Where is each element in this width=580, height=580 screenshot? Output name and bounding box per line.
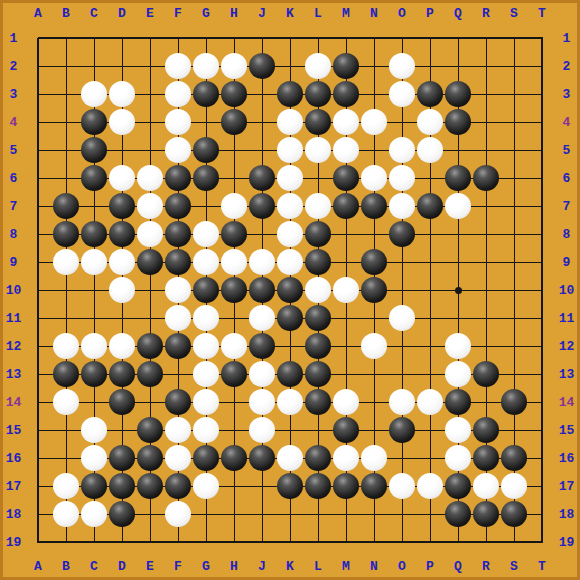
- intersection-E6[interactable]: [136, 164, 164, 192]
- intersection-N17[interactable]: [360, 472, 388, 500]
- intersection-C5[interactable]: [80, 136, 108, 164]
- intersection-C18[interactable]: [80, 500, 108, 528]
- intersection-Q18[interactable]: [444, 500, 472, 528]
- intersection-O18[interactable]: [388, 500, 416, 528]
- intersection-R3[interactable]: [472, 80, 500, 108]
- intersection-K10[interactable]: [276, 276, 304, 304]
- intersection-D14[interactable]: [108, 388, 136, 416]
- intersection-J11[interactable]: [248, 304, 276, 332]
- intersection-C13[interactable]: [80, 360, 108, 388]
- intersection-G6[interactable]: [192, 164, 220, 192]
- intersection-H6[interactable]: [220, 164, 248, 192]
- intersection-J16[interactable]: [248, 444, 276, 472]
- intersection-E4[interactable]: [136, 108, 164, 136]
- intersection-M17[interactable]: [332, 472, 360, 500]
- intersection-B14[interactable]: [52, 388, 80, 416]
- intersection-J10[interactable]: [248, 276, 276, 304]
- intersection-S14[interactable]: [500, 388, 528, 416]
- intersection-M4[interactable]: [332, 108, 360, 136]
- intersection-L5[interactable]: [304, 136, 332, 164]
- intersection-C12[interactable]: [80, 332, 108, 360]
- intersection-A13[interactable]: [24, 360, 52, 388]
- intersection-D6[interactable]: [108, 164, 136, 192]
- intersection-G11[interactable]: [192, 304, 220, 332]
- intersection-E10[interactable]: [136, 276, 164, 304]
- intersection-F16[interactable]: [164, 444, 192, 472]
- intersection-A16[interactable]: [24, 444, 52, 472]
- intersection-M15[interactable]: [332, 416, 360, 444]
- intersection-G8[interactable]: [192, 220, 220, 248]
- intersection-K18[interactable]: [276, 500, 304, 528]
- intersection-P13[interactable]: [416, 360, 444, 388]
- intersection-M18[interactable]: [332, 500, 360, 528]
- intersection-T11[interactable]: [528, 304, 556, 332]
- intersection-C19[interactable]: [80, 528, 108, 556]
- intersection-J18[interactable]: [248, 500, 276, 528]
- intersection-P2[interactable]: [416, 52, 444, 80]
- intersection-K15[interactable]: [276, 416, 304, 444]
- intersection-B16[interactable]: [52, 444, 80, 472]
- intersection-H9[interactable]: [220, 248, 248, 276]
- intersection-C3[interactable]: [80, 80, 108, 108]
- intersection-N8[interactable]: [360, 220, 388, 248]
- intersection-R4[interactable]: [472, 108, 500, 136]
- intersection-J14[interactable]: [248, 388, 276, 416]
- intersection-B6[interactable]: [52, 164, 80, 192]
- intersection-O7[interactable]: [388, 192, 416, 220]
- intersection-A14[interactable]: [24, 388, 52, 416]
- intersection-O16[interactable]: [388, 444, 416, 472]
- intersection-J8[interactable]: [248, 220, 276, 248]
- intersection-H7[interactable]: [220, 192, 248, 220]
- intersection-J13[interactable]: [248, 360, 276, 388]
- intersection-M3[interactable]: [332, 80, 360, 108]
- intersection-N15[interactable]: [360, 416, 388, 444]
- intersection-P18[interactable]: [416, 500, 444, 528]
- intersection-J7[interactable]: [248, 192, 276, 220]
- intersection-P3[interactable]: [416, 80, 444, 108]
- intersection-R18[interactable]: [472, 500, 500, 528]
- intersection-Q14[interactable]: [444, 388, 472, 416]
- intersection-B12[interactable]: [52, 332, 80, 360]
- intersection-L12[interactable]: [304, 332, 332, 360]
- intersection-N4[interactable]: [360, 108, 388, 136]
- intersection-F12[interactable]: [164, 332, 192, 360]
- intersection-J15[interactable]: [248, 416, 276, 444]
- intersection-F7[interactable]: [164, 192, 192, 220]
- intersection-K16[interactable]: [276, 444, 304, 472]
- intersection-E1[interactable]: [136, 24, 164, 52]
- intersection-F5[interactable]: [164, 136, 192, 164]
- intersection-O14[interactable]: [388, 388, 416, 416]
- intersection-R12[interactable]: [472, 332, 500, 360]
- intersection-N3[interactable]: [360, 80, 388, 108]
- intersection-D7[interactable]: [108, 192, 136, 220]
- intersection-L9[interactable]: [304, 248, 332, 276]
- intersection-R1[interactable]: [472, 24, 500, 52]
- intersection-S18[interactable]: [500, 500, 528, 528]
- intersection-E15[interactable]: [136, 416, 164, 444]
- intersection-A3[interactable]: [24, 80, 52, 108]
- intersection-T2[interactable]: [528, 52, 556, 80]
- intersection-L10[interactable]: [304, 276, 332, 304]
- intersection-N16[interactable]: [360, 444, 388, 472]
- intersection-T14[interactable]: [528, 388, 556, 416]
- intersection-P8[interactable]: [416, 220, 444, 248]
- intersection-H17[interactable]: [220, 472, 248, 500]
- intersection-F11[interactable]: [164, 304, 192, 332]
- intersection-C6[interactable]: [80, 164, 108, 192]
- intersection-F14[interactable]: [164, 388, 192, 416]
- intersection-M14[interactable]: [332, 388, 360, 416]
- intersection-N11[interactable]: [360, 304, 388, 332]
- intersection-K4[interactable]: [276, 108, 304, 136]
- intersection-H13[interactable]: [220, 360, 248, 388]
- intersection-T13[interactable]: [528, 360, 556, 388]
- intersection-D16[interactable]: [108, 444, 136, 472]
- intersection-M10[interactable]: [332, 276, 360, 304]
- intersection-L16[interactable]: [304, 444, 332, 472]
- intersection-H5[interactable]: [220, 136, 248, 164]
- intersection-O5[interactable]: [388, 136, 416, 164]
- intersection-Q16[interactable]: [444, 444, 472, 472]
- intersection-O13[interactable]: [388, 360, 416, 388]
- intersection-S7[interactable]: [500, 192, 528, 220]
- intersection-C15[interactable]: [80, 416, 108, 444]
- intersection-K5[interactable]: [276, 136, 304, 164]
- intersection-R13[interactable]: [472, 360, 500, 388]
- intersection-M5[interactable]: [332, 136, 360, 164]
- intersection-J19[interactable]: [248, 528, 276, 556]
- intersection-K14[interactable]: [276, 388, 304, 416]
- intersection-Q3[interactable]: [444, 80, 472, 108]
- intersection-F6[interactable]: [164, 164, 192, 192]
- intersection-G10[interactable]: [192, 276, 220, 304]
- intersection-C4[interactable]: [80, 108, 108, 136]
- intersection-M6[interactable]: [332, 164, 360, 192]
- intersection-Q6[interactable]: [444, 164, 472, 192]
- intersection-Q19[interactable]: [444, 528, 472, 556]
- intersection-H19[interactable]: [220, 528, 248, 556]
- intersection-C8[interactable]: [80, 220, 108, 248]
- intersection-N12[interactable]: [360, 332, 388, 360]
- intersection-K13[interactable]: [276, 360, 304, 388]
- intersection-M7[interactable]: [332, 192, 360, 220]
- intersection-P16[interactable]: [416, 444, 444, 472]
- intersection-D2[interactable]: [108, 52, 136, 80]
- intersection-L18[interactable]: [304, 500, 332, 528]
- intersection-K6[interactable]: [276, 164, 304, 192]
- intersection-T10[interactable]: [528, 276, 556, 304]
- intersection-R17[interactable]: [472, 472, 500, 500]
- intersection-D17[interactable]: [108, 472, 136, 500]
- intersection-E9[interactable]: [136, 248, 164, 276]
- intersection-F15[interactable]: [164, 416, 192, 444]
- intersection-Q17[interactable]: [444, 472, 472, 500]
- intersection-T17[interactable]: [528, 472, 556, 500]
- intersection-S6[interactable]: [500, 164, 528, 192]
- intersection-E13[interactable]: [136, 360, 164, 388]
- intersection-M13[interactable]: [332, 360, 360, 388]
- intersection-B10[interactable]: [52, 276, 80, 304]
- intersection-A11[interactable]: [24, 304, 52, 332]
- intersection-S19[interactable]: [500, 528, 528, 556]
- intersection-T7[interactable]: [528, 192, 556, 220]
- intersection-P19[interactable]: [416, 528, 444, 556]
- intersection-K7[interactable]: [276, 192, 304, 220]
- intersection-M12[interactable]: [332, 332, 360, 360]
- intersection-G19[interactable]: [192, 528, 220, 556]
- intersection-K19[interactable]: [276, 528, 304, 556]
- intersection-P11[interactable]: [416, 304, 444, 332]
- intersection-E18[interactable]: [136, 500, 164, 528]
- intersection-F1[interactable]: [164, 24, 192, 52]
- intersection-B2[interactable]: [52, 52, 80, 80]
- intersection-S11[interactable]: [500, 304, 528, 332]
- intersection-O19[interactable]: [388, 528, 416, 556]
- intersection-O1[interactable]: [388, 24, 416, 52]
- intersection-P12[interactable]: [416, 332, 444, 360]
- intersection-R14[interactable]: [472, 388, 500, 416]
- intersection-T15[interactable]: [528, 416, 556, 444]
- intersection-O9[interactable]: [388, 248, 416, 276]
- intersection-S17[interactable]: [500, 472, 528, 500]
- intersection-S15[interactable]: [500, 416, 528, 444]
- intersection-L4[interactable]: [304, 108, 332, 136]
- intersection-S13[interactable]: [500, 360, 528, 388]
- intersection-A2[interactable]: [24, 52, 52, 80]
- intersection-Q10[interactable]: [444, 276, 472, 304]
- intersection-T9[interactable]: [528, 248, 556, 276]
- intersection-H11[interactable]: [220, 304, 248, 332]
- intersection-L8[interactable]: [304, 220, 332, 248]
- intersection-H18[interactable]: [220, 500, 248, 528]
- intersection-R15[interactable]: [472, 416, 500, 444]
- intersection-F3[interactable]: [164, 80, 192, 108]
- intersection-S4[interactable]: [500, 108, 528, 136]
- intersection-Q11[interactable]: [444, 304, 472, 332]
- intersection-B3[interactable]: [52, 80, 80, 108]
- intersection-K17[interactable]: [276, 472, 304, 500]
- intersection-J4[interactable]: [248, 108, 276, 136]
- intersection-K2[interactable]: [276, 52, 304, 80]
- intersection-J2[interactable]: [248, 52, 276, 80]
- intersection-L3[interactable]: [304, 80, 332, 108]
- intersection-K8[interactable]: [276, 220, 304, 248]
- intersection-D3[interactable]: [108, 80, 136, 108]
- intersection-O15[interactable]: [388, 416, 416, 444]
- intersection-L11[interactable]: [304, 304, 332, 332]
- intersection-G13[interactable]: [192, 360, 220, 388]
- intersection-G12[interactable]: [192, 332, 220, 360]
- intersection-R11[interactable]: [472, 304, 500, 332]
- intersection-L14[interactable]: [304, 388, 332, 416]
- intersection-R5[interactable]: [472, 136, 500, 164]
- intersection-F13[interactable]: [164, 360, 192, 388]
- intersection-F18[interactable]: [164, 500, 192, 528]
- intersection-C17[interactable]: [80, 472, 108, 500]
- intersection-J1[interactable]: [248, 24, 276, 52]
- intersection-B17[interactable]: [52, 472, 80, 500]
- intersection-Q8[interactable]: [444, 220, 472, 248]
- intersection-B18[interactable]: [52, 500, 80, 528]
- intersection-Q15[interactable]: [444, 416, 472, 444]
- intersection-F9[interactable]: [164, 248, 192, 276]
- intersection-N6[interactable]: [360, 164, 388, 192]
- intersection-E3[interactable]: [136, 80, 164, 108]
- intersection-L13[interactable]: [304, 360, 332, 388]
- intersection-C16[interactable]: [80, 444, 108, 472]
- intersection-L19[interactable]: [304, 528, 332, 556]
- intersection-B13[interactable]: [52, 360, 80, 388]
- intersection-J9[interactable]: [248, 248, 276, 276]
- intersection-C1[interactable]: [80, 24, 108, 52]
- intersection-E17[interactable]: [136, 472, 164, 500]
- intersection-H4[interactable]: [220, 108, 248, 136]
- intersection-N19[interactable]: [360, 528, 388, 556]
- intersection-G4[interactable]: [192, 108, 220, 136]
- intersection-F19[interactable]: [164, 528, 192, 556]
- intersection-D10[interactable]: [108, 276, 136, 304]
- intersection-B15[interactable]: [52, 416, 80, 444]
- intersection-G18[interactable]: [192, 500, 220, 528]
- intersection-M8[interactable]: [332, 220, 360, 248]
- intersection-L15[interactable]: [304, 416, 332, 444]
- intersection-A6[interactable]: [24, 164, 52, 192]
- intersection-J12[interactable]: [248, 332, 276, 360]
- intersection-L1[interactable]: [304, 24, 332, 52]
- intersection-A12[interactable]: [24, 332, 52, 360]
- intersection-O8[interactable]: [388, 220, 416, 248]
- intersection-G17[interactable]: [192, 472, 220, 500]
- intersection-H1[interactable]: [220, 24, 248, 52]
- intersection-K11[interactable]: [276, 304, 304, 332]
- intersection-P1[interactable]: [416, 24, 444, 52]
- intersection-P9[interactable]: [416, 248, 444, 276]
- intersection-G5[interactable]: [192, 136, 220, 164]
- intersection-K12[interactable]: [276, 332, 304, 360]
- intersection-L7[interactable]: [304, 192, 332, 220]
- intersection-A7[interactable]: [24, 192, 52, 220]
- intersection-O17[interactable]: [388, 472, 416, 500]
- intersection-L17[interactable]: [304, 472, 332, 500]
- intersection-O3[interactable]: [388, 80, 416, 108]
- intersection-P10[interactable]: [416, 276, 444, 304]
- intersection-G2[interactable]: [192, 52, 220, 80]
- intersection-S2[interactable]: [500, 52, 528, 80]
- intersection-B9[interactable]: [52, 248, 80, 276]
- intersection-D1[interactable]: [108, 24, 136, 52]
- intersection-G7[interactable]: [192, 192, 220, 220]
- intersection-N14[interactable]: [360, 388, 388, 416]
- intersection-D9[interactable]: [108, 248, 136, 276]
- intersection-M16[interactable]: [332, 444, 360, 472]
- intersection-M11[interactable]: [332, 304, 360, 332]
- intersection-A17[interactable]: [24, 472, 52, 500]
- intersection-K3[interactable]: [276, 80, 304, 108]
- intersection-A19[interactable]: [24, 528, 52, 556]
- intersection-D11[interactable]: [108, 304, 136, 332]
- intersection-B19[interactable]: [52, 528, 80, 556]
- intersection-J6[interactable]: [248, 164, 276, 192]
- intersection-P6[interactable]: [416, 164, 444, 192]
- intersection-D18[interactable]: [108, 500, 136, 528]
- intersection-S16[interactable]: [500, 444, 528, 472]
- intersection-H3[interactable]: [220, 80, 248, 108]
- intersection-D4[interactable]: [108, 108, 136, 136]
- intersection-S3[interactable]: [500, 80, 528, 108]
- intersection-F10[interactable]: [164, 276, 192, 304]
- intersection-F17[interactable]: [164, 472, 192, 500]
- intersection-D15[interactable]: [108, 416, 136, 444]
- intersection-T8[interactable]: [528, 220, 556, 248]
- intersection-P5[interactable]: [416, 136, 444, 164]
- intersection-F2[interactable]: [164, 52, 192, 80]
- intersection-H16[interactable]: [220, 444, 248, 472]
- intersection-T5[interactable]: [528, 136, 556, 164]
- intersection-S10[interactable]: [500, 276, 528, 304]
- intersection-T6[interactable]: [528, 164, 556, 192]
- intersection-H15[interactable]: [220, 416, 248, 444]
- intersection-P15[interactable]: [416, 416, 444, 444]
- intersection-G1[interactable]: [192, 24, 220, 52]
- intersection-K9[interactable]: [276, 248, 304, 276]
- intersection-D19[interactable]: [108, 528, 136, 556]
- intersection-P7[interactable]: [416, 192, 444, 220]
- intersection-A5[interactable]: [24, 136, 52, 164]
- intersection-H10[interactable]: [220, 276, 248, 304]
- intersection-B4[interactable]: [52, 108, 80, 136]
- intersection-M2[interactable]: [332, 52, 360, 80]
- intersection-O12[interactable]: [388, 332, 416, 360]
- intersection-N10[interactable]: [360, 276, 388, 304]
- intersection-J5[interactable]: [248, 136, 276, 164]
- intersection-F8[interactable]: [164, 220, 192, 248]
- intersection-Q5[interactable]: [444, 136, 472, 164]
- intersection-M1[interactable]: [332, 24, 360, 52]
- intersection-G3[interactable]: [192, 80, 220, 108]
- intersection-H8[interactable]: [220, 220, 248, 248]
- intersection-T3[interactable]: [528, 80, 556, 108]
- intersection-C10[interactable]: [80, 276, 108, 304]
- intersection-T16[interactable]: [528, 444, 556, 472]
- intersection-N7[interactable]: [360, 192, 388, 220]
- intersection-S1[interactable]: [500, 24, 528, 52]
- intersection-P17[interactable]: [416, 472, 444, 500]
- intersection-N13[interactable]: [360, 360, 388, 388]
- intersection-E16[interactable]: [136, 444, 164, 472]
- intersection-B1[interactable]: [52, 24, 80, 52]
- intersection-A10[interactable]: [24, 276, 52, 304]
- intersection-H14[interactable]: [220, 388, 248, 416]
- intersection-C14[interactable]: [80, 388, 108, 416]
- intersection-T12[interactable]: [528, 332, 556, 360]
- intersection-O2[interactable]: [388, 52, 416, 80]
- intersection-L2[interactable]: [304, 52, 332, 80]
- intersection-C9[interactable]: [80, 248, 108, 276]
- intersection-R7[interactable]: [472, 192, 500, 220]
- intersection-S12[interactable]: [500, 332, 528, 360]
- intersection-L6[interactable]: [304, 164, 332, 192]
- intersection-G9[interactable]: [192, 248, 220, 276]
- intersection-R19[interactable]: [472, 528, 500, 556]
- intersection-Q9[interactable]: [444, 248, 472, 276]
- intersection-S5[interactable]: [500, 136, 528, 164]
- intersection-N1[interactable]: [360, 24, 388, 52]
- intersection-A8[interactable]: [24, 220, 52, 248]
- intersection-E14[interactable]: [136, 388, 164, 416]
- intersection-A4[interactable]: [24, 108, 52, 136]
